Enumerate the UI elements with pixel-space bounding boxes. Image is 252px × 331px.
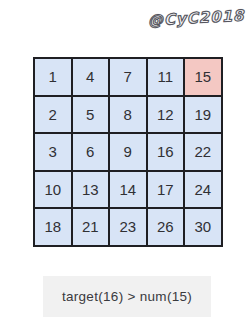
matrix-cell: 12: [148, 97, 184, 133]
caption-text: target(16) > num(15): [62, 289, 192, 304]
matrix-cell: 30: [185, 209, 221, 245]
matrix-cell: 19: [185, 97, 221, 133]
matrix-cell: 22: [185, 134, 221, 170]
caption-box: target(16) > num(15): [43, 276, 211, 317]
matrix-cell: 4: [73, 59, 109, 95]
watermark: @CyC2018: [148, 6, 245, 29]
matrix-cell: 2: [35, 97, 71, 133]
matrix-cell: 17: [148, 172, 184, 208]
matrix-cell: 11: [148, 59, 184, 95]
matrix-cell: 9: [110, 134, 146, 170]
matrix-cell: 14: [110, 172, 146, 208]
matrix-cell: 24: [185, 172, 221, 208]
matrix-cell: 13: [73, 172, 109, 208]
matrix-cell: 7: [110, 59, 146, 95]
matrix-cell: 1: [35, 59, 71, 95]
matrix-cell: 23: [110, 209, 146, 245]
matrix-cell: 26: [148, 209, 184, 245]
matrix-cell: 6: [73, 134, 109, 170]
matrix-cell-highlighted: 15: [185, 59, 221, 95]
matrix-cell: 21: [73, 209, 109, 245]
matrix-cell: 18: [35, 209, 71, 245]
matrix-cell: 16: [148, 134, 184, 170]
matrix-grid: 1471115258121936916221013141724182123263…: [33, 57, 223, 247]
matrix-cell: 5: [73, 97, 109, 133]
matrix-cell: 8: [110, 97, 146, 133]
matrix-cell: 3: [35, 134, 71, 170]
matrix-cell: 10: [35, 172, 71, 208]
